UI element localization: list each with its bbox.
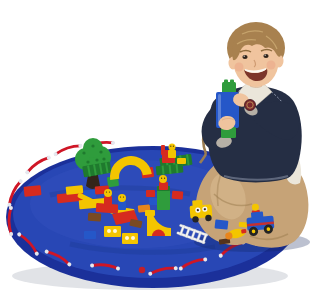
brick (88, 213, 102, 222)
boy-head (227, 22, 285, 88)
toy-figure (104, 189, 112, 206)
cord-stopper-ball (139, 267, 145, 273)
cheek-left (235, 63, 244, 72)
seated-figure (168, 144, 176, 159)
photo-canvas (0, 0, 320, 296)
window-brick (104, 226, 121, 237)
window-brick (122, 233, 138, 244)
brick (177, 158, 186, 164)
blue-brick (215, 219, 229, 229)
chest-badge (245, 100, 256, 111)
eye-glint (265, 55, 266, 56)
lace-cord (55, 145, 81, 154)
green-block-top (222, 82, 236, 93)
brick (172, 191, 184, 200)
cheek-right (267, 61, 276, 70)
scene-illustration (0, 0, 320, 296)
toy-figure (118, 194, 126, 210)
brick (149, 198, 158, 205)
eye-glint (244, 56, 245, 57)
tree-canopy (83, 138, 103, 158)
red-block (24, 185, 42, 197)
brick (84, 231, 96, 239)
grommet (78, 143, 83, 148)
brick (146, 190, 155, 197)
eye-left (242, 55, 247, 59)
eye-right (263, 54, 268, 58)
